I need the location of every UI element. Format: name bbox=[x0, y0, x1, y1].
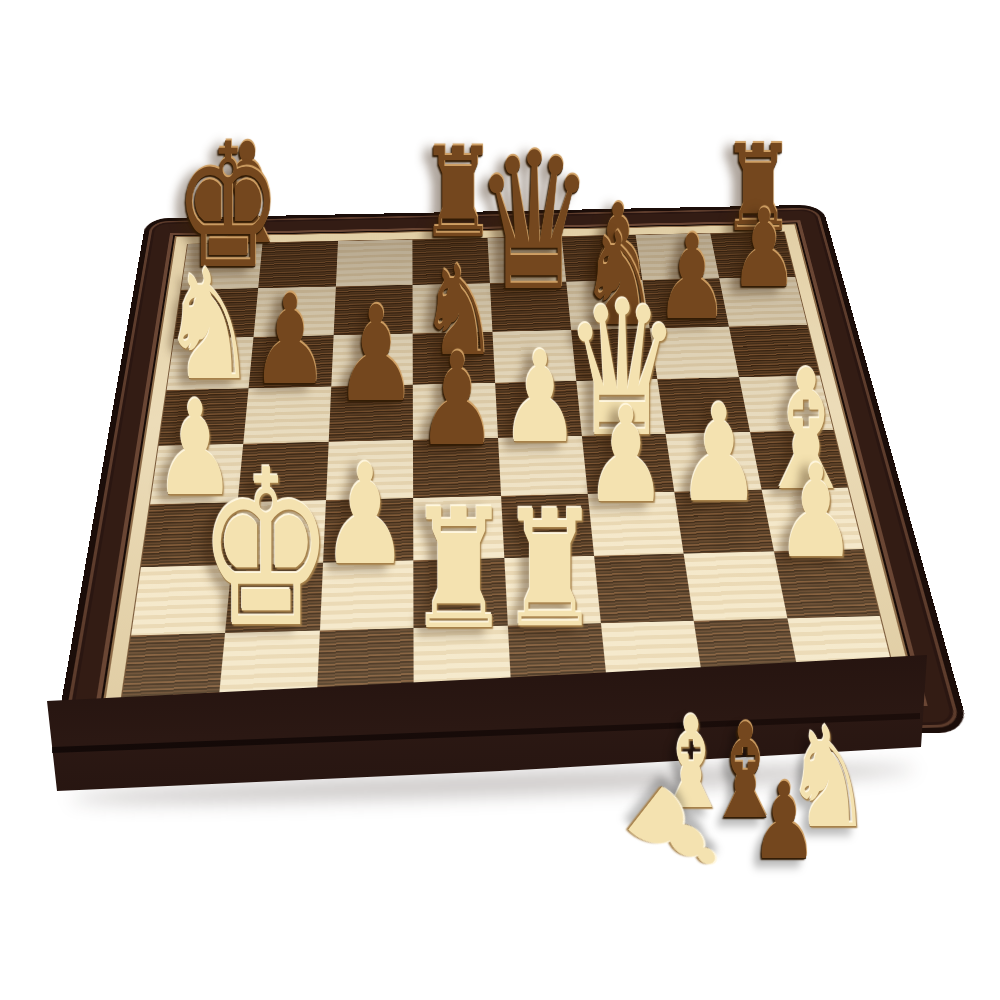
white-pawn-h2[interactable]: ♟ bbox=[776, 448, 856, 576]
white-rook-e1[interactable]: ♜ bbox=[499, 489, 600, 650]
white-pawn-g3[interactable]: ♟ bbox=[677, 387, 761, 521]
black-pawn-h7[interactable]: ♟ bbox=[730, 195, 798, 303]
white-rook-d1[interactable]: ♜ bbox=[407, 487, 511, 653]
black-pawn-c5[interactable]: ♟ bbox=[335, 288, 418, 420]
square-f2[interactable] bbox=[593, 553, 693, 622]
white-pawn-c2[interactable]: ♟ bbox=[321, 446, 408, 585]
chess-photo-scene: ♜♜♝♚♟♟♛♟♞♞♞♟♟♟♛♟♝♟♟♟♟♟♜♜♚ ♝♝♟♞♟ bbox=[0, 0, 1000, 1000]
black-pawn-b5[interactable]: ♟ bbox=[251, 278, 329, 402]
black-pawn-d4[interactable]: ♟ bbox=[417, 336, 497, 464]
black-pawn-tray[interactable]: ♟ bbox=[751, 769, 818, 875]
white-king-b1[interactable]: ♚ bbox=[198, 442, 334, 658]
square-g2[interactable] bbox=[683, 551, 786, 620]
